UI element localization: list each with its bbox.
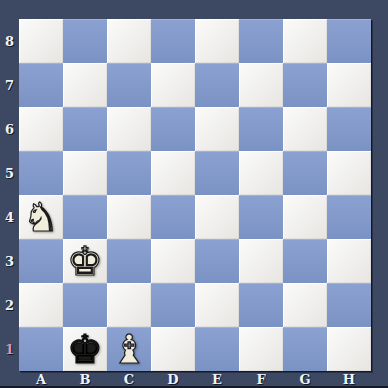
file-label-g: G (283, 371, 327, 388)
rank-label-1: 1 (0, 327, 19, 371)
piece-white-bishop[interactable]: ♝ (111, 327, 147, 371)
square-d5[interactable] (151, 151, 195, 195)
square-f6[interactable] (239, 107, 283, 151)
file-label-f: F (239, 371, 283, 388)
square-c2[interactable] (107, 283, 151, 327)
rank-label-5: 5 (0, 151, 19, 195)
square-e8[interactable] (195, 19, 239, 63)
square-g5[interactable] (283, 151, 327, 195)
file-label-e: E (195, 371, 239, 388)
board: ♞♚♚♝ (19, 19, 371, 371)
piece-white-knight[interactable]: ♞ (23, 195, 59, 239)
square-c1[interactable]: ♝ (107, 327, 151, 371)
square-d8[interactable] (151, 19, 195, 63)
square-f5[interactable] (239, 151, 283, 195)
square-b3[interactable]: ♚ (63, 239, 107, 283)
rank-label-8: 8 (0, 19, 19, 63)
square-g8[interactable] (283, 19, 327, 63)
square-h8[interactable] (327, 19, 371, 63)
square-e5[interactable] (195, 151, 239, 195)
square-a5[interactable] (19, 151, 63, 195)
square-b4[interactable] (63, 195, 107, 239)
square-h5[interactable] (327, 151, 371, 195)
square-h2[interactable] (327, 283, 371, 327)
square-d2[interactable] (151, 283, 195, 327)
square-g1[interactable] (283, 327, 327, 371)
square-a6[interactable] (19, 107, 63, 151)
file-label-a: A (19, 371, 63, 388)
square-c6[interactable] (107, 107, 151, 151)
square-a4[interactable]: ♞ (19, 195, 63, 239)
square-b1[interactable]: ♚ (63, 327, 107, 371)
square-e6[interactable] (195, 107, 239, 151)
square-h6[interactable] (327, 107, 371, 151)
square-e4[interactable] (195, 195, 239, 239)
file-label-d: D (151, 371, 195, 388)
square-b6[interactable] (63, 107, 107, 151)
square-f1[interactable] (239, 327, 283, 371)
square-g7[interactable] (283, 63, 327, 107)
chessboard-frame: 87654321 ♞♚♚♝ ABCDEFGH (0, 0, 388, 388)
square-a3[interactable] (19, 239, 63, 283)
square-d3[interactable] (151, 239, 195, 283)
square-g6[interactable] (283, 107, 327, 151)
square-c4[interactable] (107, 195, 151, 239)
square-d6[interactable] (151, 107, 195, 151)
file-label-c: C (107, 371, 151, 388)
rank-label-4: 4 (0, 195, 19, 239)
rank-label-3: 3 (0, 239, 19, 283)
piece-white-king[interactable]: ♚ (67, 239, 103, 283)
square-b2[interactable] (63, 283, 107, 327)
file-label-b: B (63, 371, 107, 388)
square-b5[interactable] (63, 151, 107, 195)
square-c5[interactable] (107, 151, 151, 195)
square-a2[interactable] (19, 283, 63, 327)
rank-label-2: 2 (0, 283, 19, 327)
square-a8[interactable] (19, 19, 63, 63)
square-a1[interactable] (19, 327, 63, 371)
square-b8[interactable] (63, 19, 107, 63)
square-h7[interactable] (327, 63, 371, 107)
square-h3[interactable] (327, 239, 371, 283)
square-f7[interactable] (239, 63, 283, 107)
square-a7[interactable] (19, 63, 63, 107)
square-g3[interactable] (283, 239, 327, 283)
square-d1[interactable] (151, 327, 195, 371)
square-c8[interactable] (107, 19, 151, 63)
square-d4[interactable] (151, 195, 195, 239)
rank-label-7: 7 (0, 63, 19, 107)
square-h1[interactable] (327, 327, 371, 371)
square-c3[interactable] (107, 239, 151, 283)
file-labels: ABCDEFGH (19, 371, 371, 388)
square-f8[interactable] (239, 19, 283, 63)
square-c7[interactable] (107, 63, 151, 107)
file-label-h: H (327, 371, 371, 388)
rank-labels: 87654321 (0, 19, 19, 371)
rank-label-6: 6 (0, 107, 19, 151)
square-g2[interactable] (283, 283, 327, 327)
square-f3[interactable] (239, 239, 283, 283)
square-h4[interactable] (327, 195, 371, 239)
square-g4[interactable] (283, 195, 327, 239)
piece-black-king[interactable]: ♚ (67, 327, 103, 371)
square-f2[interactable] (239, 283, 283, 327)
square-f4[interactable] (239, 195, 283, 239)
square-e1[interactable] (195, 327, 239, 371)
square-e7[interactable] (195, 63, 239, 107)
square-b7[interactable] (63, 63, 107, 107)
square-e3[interactable] (195, 239, 239, 283)
square-d7[interactable] (151, 63, 195, 107)
square-e2[interactable] (195, 283, 239, 327)
